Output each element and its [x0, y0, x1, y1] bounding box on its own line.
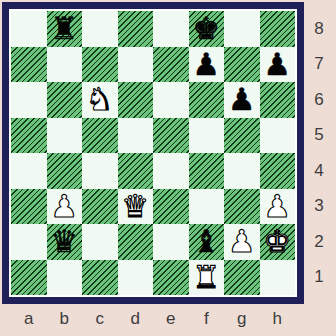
square-h5[interactable] [260, 118, 296, 154]
square-g2[interactable]: ♟ [224, 224, 260, 260]
square-g4[interactable] [224, 153, 260, 189]
square-f4[interactable] [189, 153, 225, 189]
square-a5[interactable] [11, 118, 47, 154]
square-a8[interactable] [11, 11, 47, 47]
square-h6[interactable] [260, 82, 296, 118]
square-d1[interactable] [118, 260, 154, 296]
chess-diagram: ♜♚♟♟♞♟♟♛♟♛♝♟♚♜ abcdefgh 87654321 [0, 0, 336, 336]
square-e8[interactable] [153, 11, 189, 47]
square-c2[interactable] [82, 224, 118, 260]
rank-label-4: 4 [306, 153, 332, 189]
square-a1[interactable] [11, 260, 47, 296]
white-rook[interactable]: ♜ [192, 260, 220, 296]
white-pawn[interactable]: ♟ [263, 189, 291, 225]
square-d7[interactable] [118, 47, 154, 83]
black-pawn[interactable]: ♟ [192, 47, 220, 83]
file-label-a: a [11, 306, 47, 332]
square-f8[interactable]: ♚ [189, 11, 225, 47]
square-g5[interactable] [224, 118, 260, 154]
square-e1[interactable] [153, 260, 189, 296]
square-h3[interactable]: ♟ [260, 189, 296, 225]
square-a6[interactable] [11, 82, 47, 118]
square-b8[interactable]: ♜ [47, 11, 83, 47]
square-d3[interactable]: ♛ [118, 189, 154, 225]
square-g1[interactable] [224, 260, 260, 296]
square-a3[interactable] [11, 189, 47, 225]
white-queen[interactable]: ♛ [121, 189, 149, 225]
square-h7[interactable]: ♟ [260, 47, 296, 83]
black-king[interactable]: ♚ [192, 11, 220, 47]
square-b7[interactable] [47, 47, 83, 83]
board-frame: ♜♚♟♟♞♟♟♛♟♛♝♟♚♜ [2, 2, 304, 304]
file-label-d: d [118, 306, 154, 332]
square-f6[interactable] [189, 82, 225, 118]
square-h8[interactable] [260, 11, 296, 47]
square-d2[interactable] [118, 224, 154, 260]
square-e2[interactable] [153, 224, 189, 260]
rank-labels: 87654321 [306, 11, 332, 295]
file-label-e: e [153, 306, 189, 332]
rank-label-3: 3 [306, 189, 332, 225]
black-pawn[interactable]: ♟ [228, 82, 256, 118]
square-d5[interactable] [118, 118, 154, 154]
square-b6[interactable] [47, 82, 83, 118]
square-b5[interactable] [47, 118, 83, 154]
black-bishop[interactable]: ♝ [192, 224, 220, 260]
file-label-h: h [260, 306, 296, 332]
white-knight[interactable]: ♞ [86, 82, 114, 118]
square-b3[interactable]: ♟ [47, 189, 83, 225]
square-g7[interactable] [224, 47, 260, 83]
white-pawn[interactable]: ♟ [228, 224, 256, 260]
rank-label-5: 5 [306, 118, 332, 154]
rank-label-6: 6 [306, 82, 332, 118]
square-b4[interactable] [47, 153, 83, 189]
square-e5[interactable] [153, 118, 189, 154]
black-pawn[interactable]: ♟ [263, 47, 291, 83]
square-c6[interactable]: ♞ [82, 82, 118, 118]
square-f1[interactable]: ♜ [189, 260, 225, 296]
square-g8[interactable] [224, 11, 260, 47]
square-c5[interactable] [82, 118, 118, 154]
square-a4[interactable] [11, 153, 47, 189]
square-b1[interactable] [47, 260, 83, 296]
square-d6[interactable] [118, 82, 154, 118]
rank-label-2: 2 [306, 224, 332, 260]
square-f5[interactable] [189, 118, 225, 154]
square-c7[interactable] [82, 47, 118, 83]
square-h2[interactable]: ♚ [260, 224, 296, 260]
square-h4[interactable] [260, 153, 296, 189]
file-label-b: b [47, 306, 83, 332]
square-e4[interactable] [153, 153, 189, 189]
file-label-g: g [224, 306, 260, 332]
square-d8[interactable] [118, 11, 154, 47]
square-g3[interactable] [224, 189, 260, 225]
square-h1[interactable] [260, 260, 296, 296]
square-f2[interactable]: ♝ [189, 224, 225, 260]
white-pawn[interactable]: ♟ [50, 189, 78, 225]
file-label-f: f [189, 306, 225, 332]
square-f3[interactable] [189, 189, 225, 225]
square-a7[interactable] [11, 47, 47, 83]
square-c8[interactable] [82, 11, 118, 47]
square-e6[interactable] [153, 82, 189, 118]
black-rook[interactable]: ♜ [50, 11, 78, 47]
file-labels: abcdefgh [11, 306, 295, 332]
square-c1[interactable] [82, 260, 118, 296]
file-label-c: c [82, 306, 118, 332]
chess-board: ♜♚♟♟♞♟♟♛♟♛♝♟♚♜ [11, 11, 295, 295]
square-c4[interactable] [82, 153, 118, 189]
square-a2[interactable] [11, 224, 47, 260]
square-d4[interactable] [118, 153, 154, 189]
square-g6[interactable]: ♟ [224, 82, 260, 118]
rank-label-8: 8 [306, 11, 332, 47]
square-c3[interactable] [82, 189, 118, 225]
white-king[interactable]: ♚ [263, 224, 291, 260]
rank-label-7: 7 [306, 47, 332, 83]
square-e7[interactable] [153, 47, 189, 83]
rank-label-1: 1 [306, 260, 332, 296]
square-e3[interactable] [153, 189, 189, 225]
square-f7[interactable]: ♟ [189, 47, 225, 83]
square-b2[interactable]: ♛ [47, 224, 83, 260]
black-queen[interactable]: ♛ [50, 224, 78, 260]
